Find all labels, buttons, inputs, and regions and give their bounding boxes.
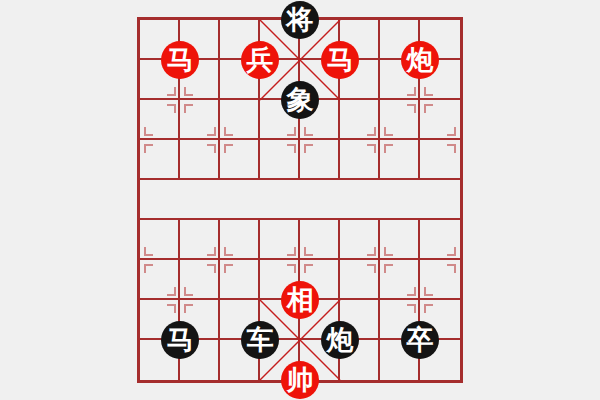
piece-black-chariot[interactable]: 车: [241, 321, 279, 359]
point-marker: [424, 304, 433, 313]
point-marker: [367, 144, 376, 153]
point-marker: [384, 264, 393, 273]
point-marker: [367, 247, 376, 256]
board-cell: [260, 180, 300, 220]
point-marker: [424, 104, 433, 113]
point-marker: [407, 304, 416, 313]
point-marker: [304, 264, 313, 273]
point-marker: [407, 287, 416, 296]
point-marker: [224, 264, 233, 273]
point-marker: [407, 104, 416, 113]
point-marker: [144, 144, 153, 153]
piece-red-horse[interactable]: 马: [321, 41, 359, 79]
piece-black-soldier[interactable]: 卒: [401, 321, 439, 359]
board-cell: [380, 180, 420, 220]
point-marker: [184, 304, 193, 313]
point-marker: [167, 87, 176, 96]
point-marker: [207, 144, 216, 153]
piece-black-cannon[interactable]: 炮: [321, 321, 359, 359]
board-cell: [140, 180, 180, 220]
point-marker: [367, 264, 376, 273]
point-marker: [144, 264, 153, 273]
point-marker: [424, 87, 433, 96]
point-marker: [424, 287, 433, 296]
xiangqi-board[interactable]: 将马兵马炮象相马车炮卒帅: [0, 0, 600, 400]
point-marker: [224, 247, 233, 256]
point-marker: [367, 127, 376, 136]
piece-red-horse[interactable]: 马: [161, 41, 199, 79]
point-marker: [287, 247, 296, 256]
point-marker: [207, 247, 216, 256]
piece-red-elephant[interactable]: 相: [281, 281, 319, 319]
point-marker: [304, 127, 313, 136]
point-marker: [224, 144, 233, 153]
point-marker: [447, 247, 456, 256]
point-marker: [384, 144, 393, 153]
board-cell: [220, 180, 260, 220]
board-cell: [340, 180, 380, 220]
point-marker: [304, 247, 313, 256]
point-marker: [167, 287, 176, 296]
point-marker: [304, 144, 313, 153]
piece-black-general[interactable]: 将: [281, 1, 319, 39]
point-marker: [144, 127, 153, 136]
point-marker: [287, 127, 296, 136]
piece-red-soldier[interactable]: 兵: [241, 41, 279, 79]
point-marker: [447, 127, 456, 136]
point-marker: [224, 127, 233, 136]
piece-black-elephant[interactable]: 象: [281, 81, 319, 119]
piece-red-cannon[interactable]: 炮: [401, 41, 439, 79]
point-marker: [207, 127, 216, 136]
point-marker: [184, 287, 193, 296]
piece-red-general[interactable]: 帅: [281, 361, 319, 399]
point-marker: [144, 247, 153, 256]
point-marker: [407, 87, 416, 96]
point-marker: [167, 104, 176, 113]
point-marker: [447, 264, 456, 273]
point-marker: [384, 127, 393, 136]
point-marker: [384, 247, 393, 256]
point-marker: [207, 264, 216, 273]
board-cell: [300, 180, 340, 220]
point-marker: [447, 144, 456, 153]
point-marker: [167, 304, 176, 313]
point-marker: [184, 104, 193, 113]
board-cell: [420, 180, 460, 220]
board-cell: [180, 180, 220, 220]
point-marker: [184, 87, 193, 96]
piece-black-horse[interactable]: 马: [161, 321, 199, 359]
point-marker: [287, 144, 296, 153]
point-marker: [287, 264, 296, 273]
